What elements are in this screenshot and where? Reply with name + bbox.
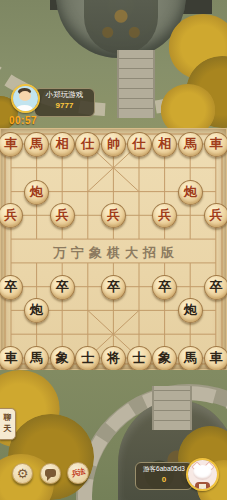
piece-red-r0c3[interactable]: 仕 <box>75 132 100 157</box>
player-top-timer: 00:57 <box>9 115 37 126</box>
piece-red-r0c6[interactable]: 相 <box>152 132 177 157</box>
piece-black-r9c1[interactable]: 馬 <box>24 346 49 371</box>
piece-black-r6c8[interactable]: 卒 <box>204 275 227 300</box>
piece-black-r9c2[interactable]: 象 <box>50 346 75 371</box>
xiangqi-board: 万宁象棋大招版 車馬相仕帥仕相馬車炮炮兵兵兵兵兵卒卒卒卒卒炮炮車馬象士将士象馬車 <box>0 128 227 370</box>
player-bottom-avatar[interactable] <box>186 458 219 491</box>
piece-black-r6c2[interactable]: 卒 <box>50 275 75 300</box>
game-screen: 小郑玩游戏 9777 00:57 <box>0 0 227 500</box>
piece-black-r9c3[interactable]: 士 <box>75 346 100 371</box>
piece-black-r9c7[interactable]: 馬 <box>178 346 203 371</box>
piece-red-r3c8[interactable]: 兵 <box>204 203 227 228</box>
board-grid: 車馬相仕帥仕相馬車炮炮兵兵兵兵兵卒卒卒卒卒炮炮車馬象士将士象馬車 <box>0 132 227 370</box>
piece-red-r3c2[interactable]: 兵 <box>50 203 75 228</box>
piece-red-r3c4[interactable]: 兵 <box>101 203 126 228</box>
avatar-white-cat <box>188 460 217 489</box>
player-bottom-name: 游客6aba05d3 <box>136 463 192 475</box>
bottom-scenery: 聊天 ⚙ 兵法 游客6aba05d3 0 <box>0 370 227 500</box>
piece-red-r3c6[interactable]: 兵 <box>152 203 177 228</box>
chat-button[interactable] <box>40 463 61 484</box>
player-top-plate: 小郑玩游戏 9777 <box>34 88 95 117</box>
piece-black-r9c0[interactable]: 車 <box>0 346 23 371</box>
player-bottom-plate: 游客6aba05d3 0 <box>135 462 193 490</box>
piece-black-r7c1[interactable]: 炮 <box>24 298 49 323</box>
speech-bubble-icon <box>45 469 56 477</box>
piece-black-r9c6[interactable]: 象 <box>152 346 177 371</box>
player-top-score: 9777 <box>35 101 94 111</box>
piece-black-r9c8[interactable]: 車 <box>204 346 227 371</box>
piece-red-r3c0[interactable]: 兵 <box>0 203 23 228</box>
piece-red-r0c1[interactable]: 馬 <box>24 132 49 157</box>
player-top-avatar[interactable] <box>11 84 40 113</box>
brick-path <box>117 50 155 118</box>
piece-black-r9c5[interactable]: 士 <box>127 346 152 371</box>
piece-red-r0c2[interactable]: 相 <box>50 132 75 157</box>
piece-red-r0c4[interactable]: 帥 <box>101 132 126 157</box>
piece-black-r6c6[interactable]: 卒 <box>152 275 177 300</box>
piece-red-r0c7[interactable]: 馬 <box>178 132 203 157</box>
avatar-cartoon-boy <box>13 86 38 111</box>
brick-wall <box>152 386 192 430</box>
piece-red-r2c7[interactable]: 炮 <box>178 180 203 205</box>
piece-black-r6c4[interactable]: 卒 <box>101 275 126 300</box>
settings-button[interactable]: ⚙ <box>12 463 33 484</box>
gear-icon: ⚙ <box>17 466 29 481</box>
player-bottom-score: 0 <box>136 475 192 485</box>
strategy-button[interactable]: 兵法 <box>67 462 89 484</box>
piece-red-r0c5[interactable]: 仕 <box>127 132 152 157</box>
piece-red-r0c8[interactable]: 車 <box>204 132 227 157</box>
piece-black-r7c7[interactable]: 炮 <box>178 298 203 323</box>
piece-black-r9c4[interactable]: 将 <box>101 346 126 371</box>
piece-black-r6c0[interactable]: 卒 <box>0 275 23 300</box>
chat-tab[interactable]: 聊天 <box>0 408 16 440</box>
piece-red-r0c0[interactable]: 車 <box>0 132 23 157</box>
player-top-name: 小郑玩游戏 <box>35 89 94 101</box>
top-scenery: 小郑玩游戏 9777 00:57 <box>0 0 227 128</box>
piece-red-r2c1[interactable]: 炮 <box>24 180 49 205</box>
chat-tab-label: 聊天 <box>3 412 12 434</box>
